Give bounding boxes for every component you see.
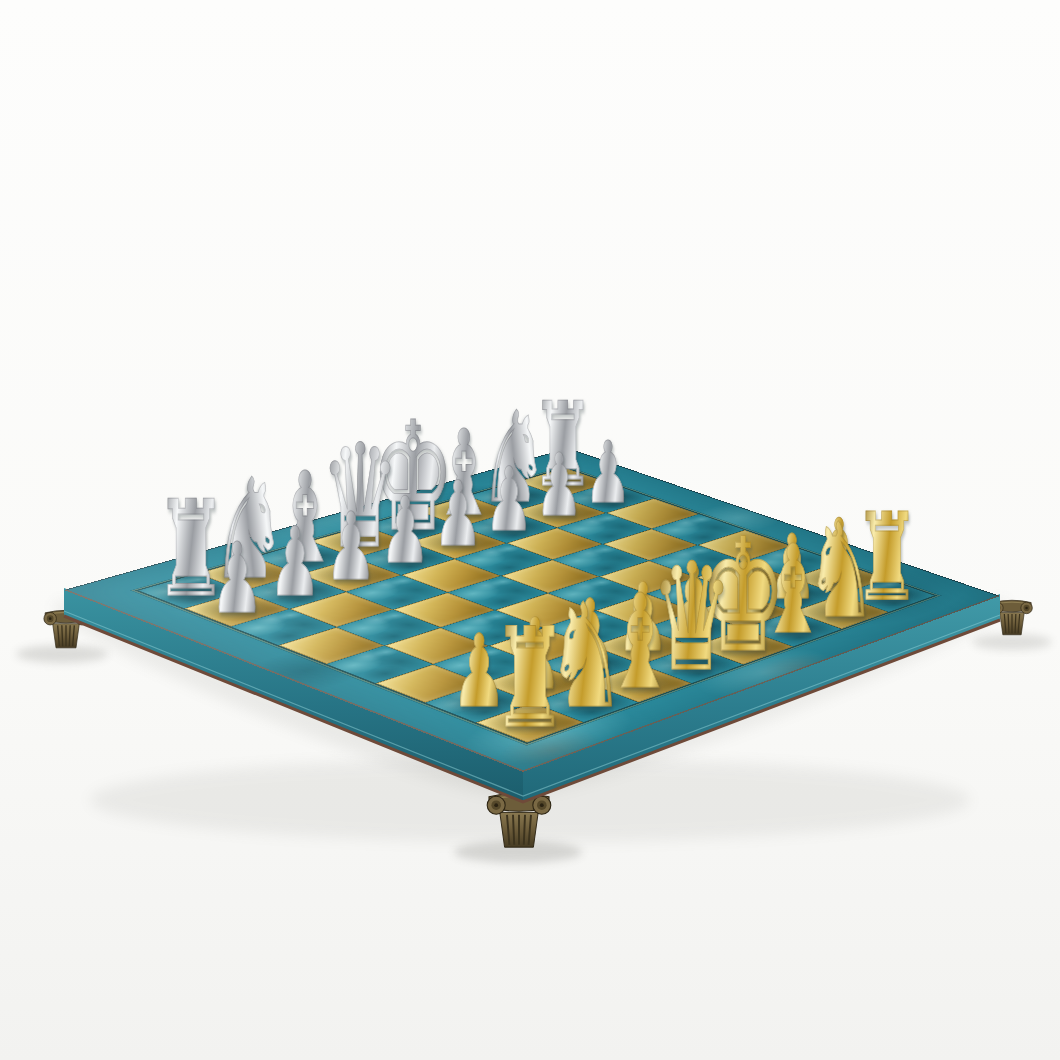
pieces-layer: ♜♞♟♝♟♚♟♛♟♝♟♞♟♟♜♟♟♜♟♟♞♟♝♟♚♟♛♝♟♞♟♜: [0, 0, 1060, 1060]
piece-white-pawn-h2[interactable]: ♟: [584, 429, 631, 514]
product-photo-scene: ♜♞♟♝♟♚♟♛♟♝♟♞♟♟♜♟♟♜♟♟♞♟♝♟♚♟♛♝♟♞♟♜: [0, 0, 1060, 1060]
piece-white-pawn-g2[interactable]: ♟: [535, 442, 583, 529]
piece-white-pawn-b2[interactable]: ♟: [268, 515, 321, 610]
piece-white-pawn-c2[interactable]: ♟: [325, 499, 377, 592]
piece-black-rook-a8[interactable]: ♜: [491, 610, 568, 748]
piece-white-pawn-d2[interactable]: ♟: [380, 485, 431, 577]
piece-white-pawn-f2[interactable]: ♟: [485, 456, 534, 544]
piece-white-pawn-a2[interactable]: ♟: [210, 530, 264, 627]
piece-white-pawn-e2[interactable]: ♟: [433, 470, 483, 560]
